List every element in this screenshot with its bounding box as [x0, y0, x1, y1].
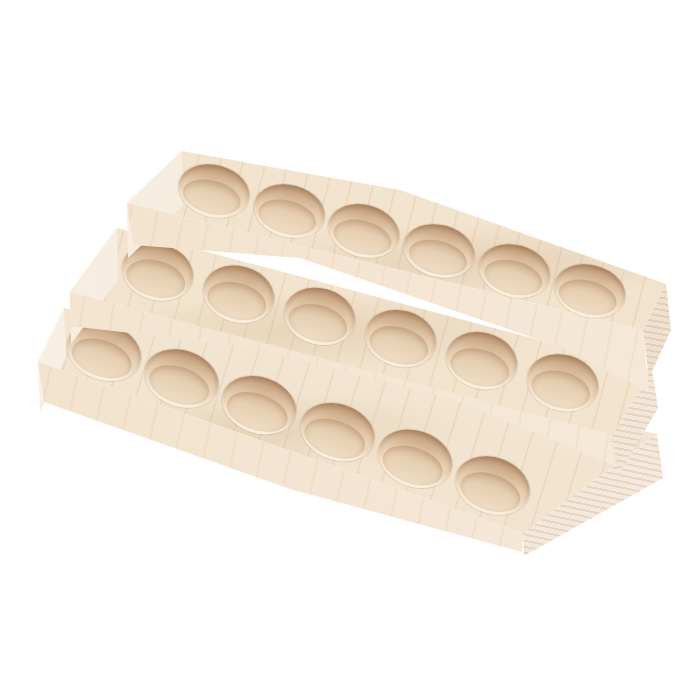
tier1-front-riser — [0, 0, 700, 700]
product-photo-scene — [0, 0, 700, 700]
tier1-top-plank — [0, 0, 700, 700]
